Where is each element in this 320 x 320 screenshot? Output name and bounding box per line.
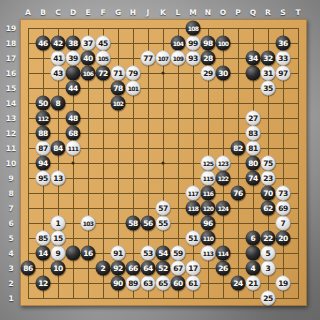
stone-Q12-move-83: 83 — [246, 126, 261, 141]
stone-G2-move-90: 90 — [111, 276, 126, 291]
stone-Q5-move-6: 6 — [246, 231, 261, 246]
row-label: 16 — [6, 69, 16, 78]
row-label: 10 — [6, 159, 16, 168]
column-label: H — [130, 8, 136, 17]
stone-B14-move-50: 50 — [36, 96, 51, 111]
stone-N9-move-115: 115 — [201, 171, 216, 186]
stone-G3-move-92: 92 — [111, 261, 126, 276]
stone-Q16-handicap — [246, 66, 261, 81]
stone-S6-move-7: 7 — [276, 216, 291, 231]
stone-S7-move-69: 69 — [276, 201, 291, 216]
star-point — [162, 72, 165, 75]
stone-A3-move-86: 86 — [21, 261, 36, 276]
stone-S16-move-97: 97 — [276, 66, 291, 81]
row-label: 18 — [6, 39, 16, 48]
stone-H3-move-66: 66 — [126, 261, 141, 276]
row-label: 3 — [8, 264, 13, 273]
stone-N7-move-120: 120 — [201, 201, 216, 216]
stone-C18-move-42: 42 — [51, 36, 66, 51]
stone-G4-move-91: 91 — [111, 246, 126, 261]
stone-K17-move-107: 107 — [156, 51, 171, 66]
stone-N18-move-98: 98 — [201, 36, 216, 51]
stone-Q10-move-80: 80 — [246, 156, 261, 171]
stone-Q2-move-21: 21 — [246, 276, 261, 291]
stone-P2-move-24: 24 — [231, 276, 246, 291]
stone-C16-move-43: 43 — [51, 66, 66, 81]
column-label: N — [205, 8, 211, 17]
stone-L3-move-67: 67 — [171, 261, 186, 276]
stone-N6-move-96: 96 — [201, 216, 216, 231]
stone-F3-move-2: 2 — [96, 261, 111, 276]
stone-L18-move-104: 104 — [171, 36, 186, 51]
stone-P11-move-82: 82 — [231, 141, 246, 156]
stone-L4-move-59: 59 — [171, 246, 186, 261]
stone-O4-move-114: 114 — [216, 246, 231, 261]
column-label: O — [220, 8, 226, 17]
column-label: S — [280, 8, 285, 17]
stone-L17-move-109: 109 — [171, 51, 186, 66]
stone-F18-move-45: 45 — [96, 36, 111, 51]
stone-Q11-move-81: 81 — [246, 141, 261, 156]
row-label: 5 — [8, 234, 13, 243]
stone-H6-move-58: 58 — [126, 216, 141, 231]
stone-K7-move-57: 57 — [156, 201, 171, 216]
column-label: K — [160, 8, 166, 17]
stone-R16-move-31: 31 — [261, 66, 276, 81]
stone-B5-move-85: 85 — [36, 231, 51, 246]
stone-R10-move-75: 75 — [261, 156, 276, 171]
stone-J4-move-53: 53 — [141, 246, 156, 261]
stone-L2-move-60: 60 — [171, 276, 186, 291]
stone-O7-move-124: 124 — [216, 201, 231, 216]
stone-D12-move-68: 68 — [66, 126, 81, 141]
go-board-diagram: ABCDEFGHJKLMNOPQRST191817161514131211109… — [0, 0, 320, 320]
grid-vertical-line — [298, 28, 299, 299]
column-label: R — [265, 8, 271, 17]
column-label: T — [295, 8, 300, 17]
star-point — [72, 162, 75, 165]
stone-O16-move-30: 30 — [216, 66, 231, 81]
stone-J6-move-56: 56 — [141, 216, 156, 231]
column-label: L — [176, 8, 181, 17]
stone-B2-move-12: 12 — [36, 276, 51, 291]
stone-R4-move-5: 5 — [261, 246, 276, 261]
stone-H15-move-101: 101 — [126, 81, 141, 96]
stone-D16-handicap — [66, 66, 81, 81]
column-label: M — [189, 8, 196, 17]
row-label: 17 — [6, 54, 16, 63]
stone-E18-move-37: 37 — [81, 36, 96, 51]
stone-O3-move-26: 26 — [216, 261, 231, 276]
row-label: 11 — [6, 144, 16, 153]
row-label: 6 — [8, 219, 13, 228]
stone-C4-move-9: 9 — [51, 246, 66, 261]
stone-F17-move-105: 105 — [96, 51, 111, 66]
row-label: 14 — [6, 99, 16, 108]
stone-N16-move-29: 29 — [201, 66, 216, 81]
column-label: G — [115, 8, 121, 17]
stone-C3-move-10: 10 — [51, 261, 66, 276]
stone-D11-move-111: 111 — [66, 141, 81, 156]
stone-C6-move-1: 1 — [51, 216, 66, 231]
stone-M2-move-61: 61 — [186, 276, 201, 291]
stone-Q3-move-4: 4 — [246, 261, 261, 276]
stone-K2-move-65: 65 — [156, 276, 171, 291]
star-point — [162, 162, 165, 165]
row-label: 1 — [8, 294, 13, 303]
row-label: 8 — [8, 189, 13, 198]
stone-E6-move-103: 103 — [81, 216, 96, 231]
stone-D4-handicap — [66, 246, 81, 261]
grid-horizontal-line — [28, 298, 299, 299]
stone-R1-move-25: 25 — [261, 291, 276, 306]
column-label: C — [55, 8, 61, 17]
stone-E16-move-106: 106 — [81, 66, 96, 81]
stone-J2-move-63: 63 — [141, 276, 156, 291]
stone-G16-move-71: 71 — [111, 66, 126, 81]
stone-J3-move-64: 64 — [141, 261, 156, 276]
stone-C14-move-8: 8 — [51, 96, 66, 111]
stone-C9-move-13: 13 — [51, 171, 66, 186]
stone-S17-move-33: 33 — [276, 51, 291, 66]
stone-O9-move-122: 122 — [216, 171, 231, 186]
stone-D15-move-44: 44 — [66, 81, 81, 96]
stone-R8-move-70: 70 — [261, 186, 276, 201]
stone-B9-move-95: 95 — [36, 171, 51, 186]
stone-R7-move-62: 62 — [261, 201, 276, 216]
row-label: 7 — [8, 204, 13, 213]
grid-vertical-line — [238, 28, 239, 299]
stone-E17-move-40: 40 — [81, 51, 96, 66]
stone-K6-move-55: 55 — [156, 216, 171, 231]
stone-J17-move-77: 77 — [141, 51, 156, 66]
stone-O18-move-100: 100 — [216, 36, 231, 51]
stone-M17-move-93: 93 — [186, 51, 201, 66]
column-label: P — [235, 8, 241, 17]
stone-K4-move-54: 54 — [156, 246, 171, 261]
grid-horizontal-line — [28, 193, 299, 194]
row-label: 9 — [8, 174, 13, 183]
column-label: B — [40, 8, 46, 17]
stone-N17-move-28: 28 — [201, 51, 216, 66]
stone-C17-move-41: 41 — [51, 51, 66, 66]
stone-M7-move-118: 118 — [186, 201, 201, 216]
stone-R15-move-35: 35 — [261, 81, 276, 96]
stone-D18-move-38: 38 — [66, 36, 81, 51]
stone-C5-move-15: 15 — [51, 231, 66, 246]
stone-B13-move-112: 112 — [36, 111, 51, 126]
stone-N8-move-116: 116 — [201, 186, 216, 201]
stone-M19-move-108: 108 — [186, 21, 201, 36]
stone-M5-move-51: 51 — [186, 231, 201, 246]
stone-S5-move-20: 20 — [276, 231, 291, 246]
stone-S2-move-19: 19 — [276, 276, 291, 291]
stone-B4-move-14: 14 — [36, 246, 51, 261]
stone-C11-move-84: 84 — [51, 141, 66, 156]
stone-Q4-handicap — [246, 246, 261, 261]
stone-Q9-move-74: 74 — [246, 171, 261, 186]
stone-R9-move-23: 23 — [261, 171, 276, 186]
stone-F16-move-72: 72 — [96, 66, 111, 81]
stone-S8-move-73: 73 — [276, 186, 291, 201]
column-label: E — [85, 8, 90, 17]
stone-G14-move-102: 102 — [111, 96, 126, 111]
row-label: 19 — [6, 24, 16, 33]
row-label: 2 — [8, 279, 13, 288]
stone-K3-move-52: 52 — [156, 261, 171, 276]
column-label: D — [70, 8, 76, 17]
stone-M8-move-117: 117 — [186, 186, 201, 201]
stone-B11-move-87: 87 — [36, 141, 51, 156]
stone-N10-move-125: 125 — [201, 156, 216, 171]
column-label: Q — [250, 8, 256, 17]
stone-G15-move-78: 78 — [111, 81, 126, 96]
row-label: 13 — [6, 114, 16, 123]
column-label: A — [25, 8, 31, 17]
stone-H16-move-79: 79 — [126, 66, 141, 81]
stone-R5-move-22: 22 — [261, 231, 276, 246]
stone-M3-move-17: 17 — [186, 261, 201, 276]
row-label: 12 — [6, 129, 16, 138]
row-label: 4 — [8, 249, 13, 258]
column-label: F — [100, 8, 105, 17]
stone-D13-move-48: 48 — [66, 111, 81, 126]
stone-B18-move-46: 46 — [36, 36, 51, 51]
stone-B12-move-88: 88 — [36, 126, 51, 141]
stone-P8-move-76: 76 — [231, 186, 246, 201]
stone-Q17-move-34: 34 — [246, 51, 261, 66]
stone-E4-move-16: 16 — [81, 246, 96, 261]
stone-B10-move-94: 94 — [36, 156, 51, 171]
stone-O10-move-123: 123 — [216, 156, 231, 171]
stone-H2-move-89: 89 — [126, 276, 141, 291]
stone-R17-move-32: 32 — [261, 51, 276, 66]
stone-D17-move-39: 39 — [66, 51, 81, 66]
stone-N5-move-110: 110 — [201, 231, 216, 246]
stone-N4-move-113: 113 — [201, 246, 216, 261]
row-label: 15 — [6, 84, 16, 93]
column-label: J — [147, 8, 150, 17]
stone-Q13-move-27: 27 — [246, 111, 261, 126]
grid-vertical-line — [193, 28, 194, 299]
stone-M18-move-99: 99 — [186, 36, 201, 51]
stone-R3-move-3: 3 — [261, 261, 276, 276]
stone-S18-move-36: 36 — [276, 36, 291, 51]
